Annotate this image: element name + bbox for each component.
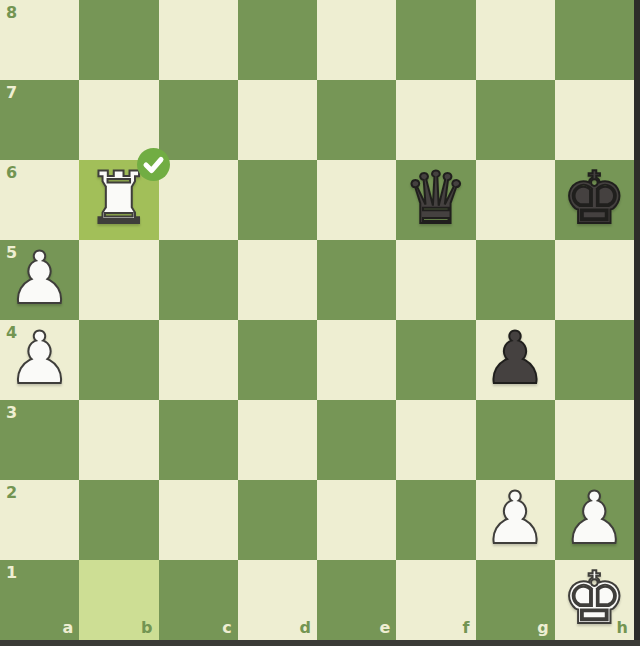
square-e1[interactable]: e — [317, 560, 396, 640]
square-d1[interactable]: d — [238, 560, 317, 640]
square-a1[interactable]: 1a — [0, 560, 79, 640]
piece-white-pawn[interactable]: ♟ — [0, 320, 79, 400]
square-a7[interactable]: 7 — [0, 80, 79, 160]
square-c3[interactable] — [159, 400, 238, 480]
piece-black-pawn[interactable]: ♟ — [476, 320, 555, 400]
chess-board[interactable]: 876♜♛♚5♟4♟♟32♟♟1abcdefgh♚ — [0, 0, 634, 640]
square-d3[interactable] — [238, 400, 317, 480]
square-e7[interactable] — [317, 80, 396, 160]
square-g7[interactable] — [476, 80, 555, 160]
square-a3[interactable]: 3 — [0, 400, 79, 480]
piece-white-pawn[interactable]: ♟ — [555, 480, 634, 560]
square-e2[interactable] — [317, 480, 396, 560]
piece-black-king[interactable]: ♚ — [555, 160, 634, 240]
rank-label-1: 1 — [6, 565, 17, 581]
square-g4[interactable]: ♟ — [476, 320, 555, 400]
square-a6[interactable]: 6 — [0, 160, 79, 240]
square-c5[interactable] — [159, 240, 238, 320]
square-f1[interactable]: f — [396, 560, 475, 640]
board-right-edge — [634, 0, 640, 640]
correct-move-badge — [137, 148, 170, 181]
square-c2[interactable] — [159, 480, 238, 560]
square-a2[interactable]: 2 — [0, 480, 79, 560]
square-f3[interactable] — [396, 400, 475, 480]
square-h4[interactable] — [555, 320, 634, 400]
square-c1[interactable]: c — [159, 560, 238, 640]
square-e6[interactable] — [317, 160, 396, 240]
square-h3[interactable] — [555, 400, 634, 480]
square-a5[interactable]: 5♟ — [0, 240, 79, 320]
square-b3[interactable] — [79, 400, 158, 480]
square-e8[interactable] — [317, 0, 396, 80]
window-bottom-bar — [0, 640, 640, 646]
square-e3[interactable] — [317, 400, 396, 480]
square-h8[interactable] — [555, 0, 634, 80]
square-e5[interactable] — [317, 240, 396, 320]
square-b1[interactable]: b — [79, 560, 158, 640]
square-f8[interactable] — [396, 0, 475, 80]
square-e4[interactable] — [317, 320, 396, 400]
piece-black-queen[interactable]: ♛ — [396, 160, 475, 240]
square-d2[interactable] — [238, 480, 317, 560]
square-g8[interactable] — [476, 0, 555, 80]
square-f7[interactable] — [396, 80, 475, 160]
square-f4[interactable] — [396, 320, 475, 400]
square-c7[interactable] — [159, 80, 238, 160]
file-label-b: b — [141, 620, 152, 636]
piece-white-pawn[interactable]: ♟ — [476, 480, 555, 560]
square-h1[interactable]: h♚ — [555, 560, 634, 640]
checkmark-icon — [137, 148, 170, 181]
square-h6[interactable]: ♚ — [555, 160, 634, 240]
square-b8[interactable] — [79, 0, 158, 80]
square-c8[interactable] — [159, 0, 238, 80]
square-g2[interactable]: ♟ — [476, 480, 555, 560]
square-h2[interactable]: ♟ — [555, 480, 634, 560]
piece-white-pawn[interactable]: ♟ — [0, 240, 79, 320]
square-b5[interactable] — [79, 240, 158, 320]
square-g3[interactable] — [476, 400, 555, 480]
file-label-e: e — [379, 620, 390, 636]
square-d4[interactable] — [238, 320, 317, 400]
file-label-g: g — [537, 620, 548, 636]
square-f5[interactable] — [396, 240, 475, 320]
square-b2[interactable] — [79, 480, 158, 560]
piece-white-king[interactable]: ♚ — [555, 560, 634, 640]
file-label-a: a — [62, 620, 73, 636]
square-d6[interactable] — [238, 160, 317, 240]
square-d7[interactable] — [238, 80, 317, 160]
square-f6[interactable]: ♛ — [396, 160, 475, 240]
square-c6[interactable] — [159, 160, 238, 240]
rank-label-8: 8 — [6, 5, 17, 21]
square-b4[interactable] — [79, 320, 158, 400]
square-f2[interactable] — [396, 480, 475, 560]
rank-label-2: 2 — [6, 485, 17, 501]
rank-label-6: 6 — [6, 165, 17, 181]
square-g1[interactable]: g — [476, 560, 555, 640]
square-h7[interactable] — [555, 80, 634, 160]
square-c4[interactable] — [159, 320, 238, 400]
square-a4[interactable]: 4♟ — [0, 320, 79, 400]
square-d8[interactable] — [238, 0, 317, 80]
square-h5[interactable] — [555, 240, 634, 320]
square-g5[interactable] — [476, 240, 555, 320]
file-label-f: f — [463, 620, 470, 636]
rank-label-7: 7 — [6, 85, 17, 101]
file-label-d: d — [300, 620, 311, 636]
square-g6[interactable] — [476, 160, 555, 240]
rank-label-3: 3 — [6, 405, 17, 421]
square-d5[interactable] — [238, 240, 317, 320]
file-label-c: c — [222, 620, 231, 636]
board-frame: 876♜♛♚5♟4♟♟32♟♟1abcdefgh♚ — [0, 0, 640, 646]
square-a8[interactable]: 8 — [0, 0, 79, 80]
